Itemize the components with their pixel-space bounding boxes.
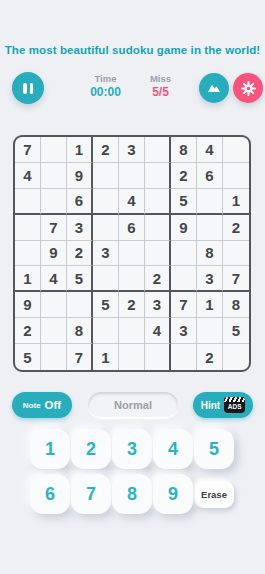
hint-label: Hint bbox=[201, 400, 220, 411]
cell-r5c5[interactable] bbox=[119, 241, 145, 267]
cell-r7c3[interactable] bbox=[67, 292, 93, 318]
miss-label: Miss bbox=[150, 73, 171, 84]
cell-r4c8[interactable] bbox=[197, 215, 223, 241]
numpad-key-6[interactable]: 6 bbox=[30, 474, 70, 514]
cell-r3c1[interactable] bbox=[15, 189, 41, 215]
gear-icon bbox=[240, 80, 257, 97]
hint-button[interactable]: Hint ADS bbox=[193, 392, 253, 418]
numpad-key-2[interactable]: 2 bbox=[71, 429, 111, 469]
ads-clapperboard-icon: ADS bbox=[224, 397, 245, 413]
numpad-key-9[interactable]: 9 bbox=[153, 474, 193, 514]
numpad-key-3[interactable]: 3 bbox=[112, 429, 152, 469]
erase-button[interactable]: Erase bbox=[195, 481, 234, 508]
cell-r5c8[interactable]: 8 bbox=[197, 241, 223, 267]
erase-slot: Erase bbox=[194, 474, 234, 514]
cell-r2c7[interactable]: 2 bbox=[171, 163, 197, 189]
cell-r5c3[interactable]: 2 bbox=[67, 241, 93, 267]
cell-r9c2[interactable] bbox=[41, 344, 67, 370]
cell-r6c3[interactable]: 5 bbox=[67, 266, 93, 292]
cell-r3c5[interactable]: 4 bbox=[119, 189, 145, 215]
cell-r3c8[interactable] bbox=[197, 189, 223, 215]
cell-r9c7[interactable] bbox=[171, 344, 197, 370]
numpad-key-7[interactable]: 7 bbox=[71, 474, 111, 514]
numpad-row-2: 6789Erase bbox=[30, 474, 236, 514]
cell-r8c9[interactable]: 5 bbox=[223, 318, 249, 344]
cell-r8c7[interactable]: 3 bbox=[171, 318, 197, 344]
cell-r3c7[interactable]: 5 bbox=[171, 189, 197, 215]
numpad-row-1: 12345 bbox=[30, 429, 236, 469]
cell-r1c4[interactable]: 2 bbox=[93, 137, 119, 163]
settings-button[interactable] bbox=[233, 73, 263, 103]
cell-r5c6[interactable] bbox=[145, 241, 171, 267]
cell-r1c2[interactable] bbox=[41, 137, 67, 163]
cell-r1c7[interactable]: 8 bbox=[171, 137, 197, 163]
cell-r6c7[interactable] bbox=[171, 266, 197, 292]
numpad-key-8[interactable]: 8 bbox=[112, 474, 152, 514]
sudoku-grid: 7123844926645173692923814523795237182843… bbox=[15, 137, 249, 370]
cell-r6c8[interactable]: 3 bbox=[197, 266, 223, 292]
cell-r9c9[interactable] bbox=[223, 344, 249, 370]
cell-r4c4[interactable] bbox=[93, 215, 119, 241]
cell-r3c3[interactable]: 6 bbox=[67, 189, 93, 215]
cell-r2c1[interactable]: 4 bbox=[15, 163, 41, 189]
cell-r6c2[interactable]: 4 bbox=[41, 266, 67, 292]
miss-stat: Miss 5/5 bbox=[138, 73, 183, 99]
cell-r7c8[interactable]: 1 bbox=[197, 292, 223, 318]
cell-r4c7[interactable]: 9 bbox=[171, 215, 197, 241]
cell-r9c5[interactable] bbox=[119, 344, 145, 370]
note-state: Off bbox=[45, 399, 62, 411]
cell-r9c8[interactable]: 2 bbox=[197, 344, 223, 370]
cell-r8c8[interactable] bbox=[197, 318, 223, 344]
time-value: 00:00 bbox=[90, 85, 121, 99]
cell-r3c6[interactable] bbox=[145, 189, 171, 215]
cell-r8c5[interactable] bbox=[119, 318, 145, 344]
pause-button[interactable] bbox=[12, 72, 44, 104]
cell-r1c3[interactable]: 1 bbox=[67, 137, 93, 163]
mountain-icon bbox=[206, 80, 222, 96]
cell-r5c2[interactable]: 9 bbox=[41, 241, 67, 267]
cell-r5c4[interactable]: 3 bbox=[93, 241, 119, 267]
numpad-key-1[interactable]: 1 bbox=[30, 429, 70, 469]
cell-r7c4[interactable]: 5 bbox=[93, 292, 119, 318]
cell-r2c4[interactable] bbox=[93, 163, 119, 189]
cell-r5c9[interactable] bbox=[223, 241, 249, 267]
numpad-key-5[interactable]: 5 bbox=[194, 429, 234, 469]
cell-r6c4[interactable] bbox=[93, 266, 119, 292]
cell-r7c1[interactable]: 9 bbox=[15, 292, 41, 318]
cell-r5c1[interactable] bbox=[15, 241, 41, 267]
cell-r3c2[interactable] bbox=[41, 189, 67, 215]
numpad-key-4[interactable]: 4 bbox=[153, 429, 193, 469]
cell-r4c2[interactable]: 7 bbox=[41, 215, 67, 241]
cell-r7c9[interactable]: 8 bbox=[223, 292, 249, 318]
cell-r2c5[interactable] bbox=[119, 163, 145, 189]
cell-r4c5[interactable]: 6 bbox=[119, 215, 145, 241]
cell-r4c1[interactable] bbox=[15, 215, 41, 241]
app-tagline: The most beautiful sudoku game in the wo… bbox=[0, 44, 265, 56]
cell-r1c1[interactable]: 7 bbox=[15, 137, 41, 163]
cell-r8c4[interactable] bbox=[93, 318, 119, 344]
cell-r1c8[interactable]: 4 bbox=[197, 137, 223, 163]
cell-r6c1[interactable]: 1 bbox=[15, 266, 41, 292]
cell-r2c6[interactable] bbox=[145, 163, 171, 189]
cell-r9c4[interactable]: 1 bbox=[93, 344, 119, 370]
cell-r8c6[interactable]: 4 bbox=[145, 318, 171, 344]
cell-r8c1[interactable]: 2 bbox=[15, 318, 41, 344]
cell-r2c3[interactable]: 9 bbox=[67, 163, 93, 189]
time-stat: Time 00:00 bbox=[78, 73, 133, 99]
cell-r4c9[interactable]: 2 bbox=[223, 215, 249, 241]
pause-icon bbox=[23, 83, 33, 94]
cell-r2c2[interactable] bbox=[41, 163, 67, 189]
cell-r3c4[interactable] bbox=[93, 189, 119, 215]
cell-r9c3[interactable]: 7 bbox=[67, 344, 93, 370]
cell-r6c9[interactable]: 7 bbox=[223, 266, 249, 292]
cell-r7c6[interactable]: 3 bbox=[145, 292, 171, 318]
note-label: Note bbox=[23, 401, 41, 410]
cell-r5c7[interactable] bbox=[171, 241, 197, 267]
cell-r6c6[interactable]: 2 bbox=[145, 266, 171, 292]
cell-r7c7[interactable]: 7 bbox=[171, 292, 197, 318]
miss-value: 5/5 bbox=[152, 85, 169, 99]
difficulty-display[interactable]: Normal bbox=[88, 392, 178, 418]
time-label: Time bbox=[94, 73, 116, 84]
cell-r7c2[interactable] bbox=[41, 292, 67, 318]
cell-r8c3[interactable]: 8 bbox=[67, 318, 93, 344]
cell-r8c2[interactable] bbox=[41, 318, 67, 344]
cell-r1c9[interactable] bbox=[223, 137, 249, 163]
cell-r4c3[interactable]: 3 bbox=[67, 215, 93, 241]
cell-r1c6[interactable] bbox=[145, 137, 171, 163]
cell-r2c8[interactable]: 6 bbox=[197, 163, 223, 189]
cell-r7c5[interactable]: 2 bbox=[119, 292, 145, 318]
sudoku-board: 7123844926645173692923814523795237182843… bbox=[13, 135, 251, 372]
cell-r9c1[interactable]: 5 bbox=[15, 344, 41, 370]
cell-r9c6[interactable] bbox=[145, 344, 171, 370]
cell-r4c6[interactable] bbox=[145, 215, 171, 241]
note-toggle-button[interactable]: Note Off bbox=[12, 392, 72, 418]
theme-button[interactable] bbox=[199, 73, 229, 103]
cell-r2c9[interactable] bbox=[223, 163, 249, 189]
cell-r3c9[interactable]: 1 bbox=[223, 189, 249, 215]
cell-r6c5[interactable] bbox=[119, 266, 145, 292]
ads-badge-text: ADS bbox=[228, 402, 242, 412]
cell-r1c5[interactable]: 3 bbox=[119, 137, 145, 163]
